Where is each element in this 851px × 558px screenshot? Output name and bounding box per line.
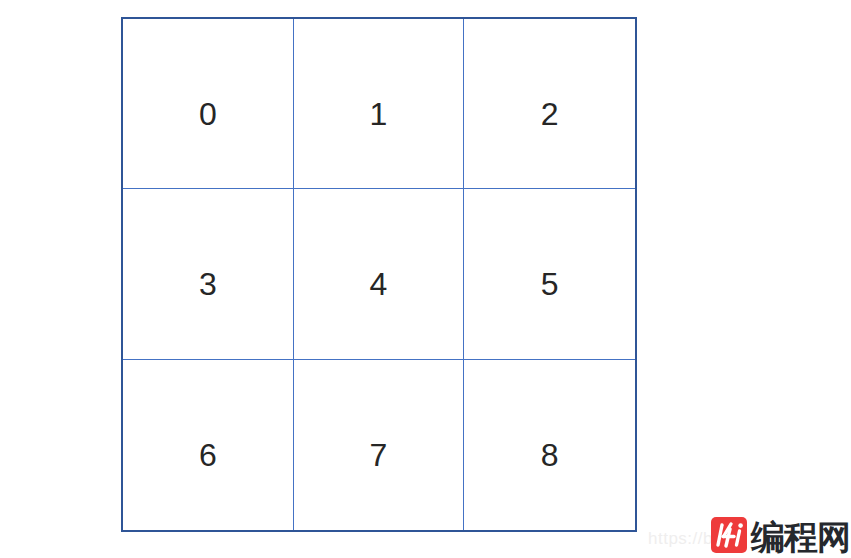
puzzle-grid: 0 1 2 3 4 5 6 7 8: [121, 17, 637, 532]
url-watermark: https://bl: [648, 529, 717, 549]
grid-cell-8[interactable]: 8: [464, 360, 635, 530]
grid-cell-3[interactable]: 3: [123, 189, 294, 359]
page: 0 1 2 3 4 5 6 7 8 https://bl 编程网: [0, 0, 851, 558]
grid-cell-1[interactable]: 1: [294, 19, 465, 189]
grid-cell-6[interactable]: 6: [123, 360, 294, 530]
grid-cell-0[interactable]: 0: [123, 19, 294, 189]
grid-cell-5[interactable]: 5: [464, 189, 635, 359]
site-name-watermark: 编程网: [751, 515, 850, 558]
grid-cell-4[interactable]: 4: [294, 189, 465, 359]
grid-cell-7[interactable]: 7: [294, 360, 465, 530]
grid-cell-2[interactable]: 2: [464, 19, 635, 189]
logo-monogram-icon: [711, 517, 747, 553]
site-logo-icon: [711, 517, 747, 553]
